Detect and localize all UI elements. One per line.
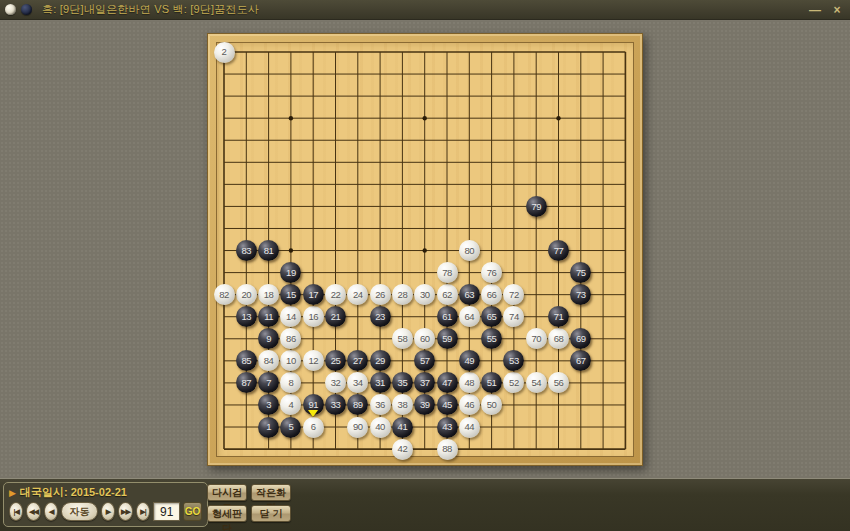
position-judge-button[interactable]: 형세판단 (207, 505, 247, 522)
stone-move-number: 90 (353, 422, 363, 432)
stone-black-13: 13 (236, 306, 257, 327)
stone-move-number: 35 (398, 378, 408, 388)
stone-move-number: 46 (465, 400, 475, 410)
stone-move-number: 34 (353, 378, 363, 388)
go-to-start-button[interactable]: |◀ (9, 502, 23, 521)
minimize-icon[interactable]: — (808, 3, 822, 17)
go-board-grid-area[interactable]: 1234567891011121314151617181920212223242… (216, 42, 634, 457)
stone-move-number: 67 (576, 356, 586, 366)
stone-move-number: 22 (331, 290, 341, 300)
stone-move-number: 84 (264, 356, 274, 366)
stone-white-2: 2 (214, 42, 235, 63)
date-arrow-icon: ▶ (9, 488, 16, 498)
stone-white-62: 62 (437, 284, 458, 305)
stone-black-29: 29 (370, 350, 391, 371)
stone-white-40: 40 (370, 417, 391, 438)
stone-black-23: 23 (370, 306, 391, 327)
stone-black-91: 91 (303, 394, 324, 415)
stone-move-number: 2 (222, 47, 227, 57)
close-icon[interactable]: × (830, 3, 844, 17)
stone-move-number: 48 (465, 378, 475, 388)
stone-move-number: 85 (242, 356, 252, 366)
stone-move-number: 30 (420, 290, 430, 300)
stone-move-number: 1 (266, 422, 271, 432)
stone-white-70: 70 (526, 328, 547, 349)
stone-move-number: 42 (398, 444, 408, 454)
stone-move-number: 7 (266, 378, 271, 388)
go-button[interactable]: GO (183, 502, 202, 521)
stone-move-number: 69 (576, 334, 586, 344)
stone-move-number: 19 (286, 268, 296, 278)
stone-move-number: 77 (554, 246, 564, 256)
stone-black-45: 45 (437, 394, 458, 415)
stone-move-number: 20 (242, 290, 252, 300)
navigation-panel: ▶ 대국일시: 2015-02-21 |◀ ◀◀ ◀ 자동 ▶ ▶▶ ▶| GO (3, 482, 208, 527)
stone-move-number: 76 (487, 268, 497, 278)
stone-move-number: 18 (264, 290, 274, 300)
stone-move-number: 83 (242, 246, 252, 256)
stone-move-number: 9 (266, 334, 271, 344)
main-area: 1234567891011121314151617181920212223242… (0, 21, 850, 478)
stone-move-number: 50 (487, 400, 497, 410)
stone-move-number: 91 (308, 400, 318, 410)
stone-move-number: 62 (442, 290, 452, 300)
stone-move-number: 45 (442, 400, 452, 410)
stone-move-number: 29 (375, 356, 385, 366)
small-screen-button[interactable]: 작은화면 (251, 484, 291, 501)
stone-black-5: 5 (280, 417, 301, 438)
stone-move-number: 60 (420, 334, 430, 344)
stone-move-number: 71 (554, 312, 564, 322)
stone-black-79: 79 (526, 196, 547, 217)
stone-move-number: 80 (465, 246, 475, 256)
stone-move-number: 73 (576, 290, 586, 300)
stone-black-49: 49 (459, 350, 480, 371)
stone-move-number: 70 (531, 334, 541, 344)
stone-white-58: 58 (392, 328, 413, 349)
stone-black-43: 43 (437, 417, 458, 438)
go-to-end-button[interactable]: ▶| (136, 502, 150, 521)
stone-black-47: 47 (437, 372, 458, 393)
stone-white-36: 36 (370, 394, 391, 415)
stone-white-54: 54 (526, 372, 547, 393)
stone-move-number: 16 (308, 312, 318, 322)
stone-move-number: 36 (375, 400, 385, 410)
stone-white-44: 44 (459, 417, 480, 438)
stone-move-number: 17 (308, 290, 318, 300)
stone-move-number: 87 (242, 378, 252, 388)
stone-move-number: 55 (487, 334, 497, 344)
stone-move-number: 6 (311, 422, 316, 432)
stone-move-number: 47 (442, 378, 452, 388)
stone-move-number: 31 (375, 378, 385, 388)
stone-move-number: 78 (442, 268, 452, 278)
stone-move-number: 56 (554, 378, 564, 388)
stone-move-number: 12 (308, 356, 318, 366)
stone-move-number: 74 (509, 312, 519, 322)
auto-play-button[interactable]: 자동 (61, 502, 97, 521)
stone-move-number: 86 (286, 334, 296, 344)
stone-white-42: 42 (392, 439, 413, 460)
stone-move-number: 64 (465, 312, 475, 322)
stone-move-number: 23 (375, 312, 385, 322)
stone-black-17: 17 (303, 284, 324, 305)
stone-move-number: 14 (286, 312, 296, 322)
stone-move-number: 68 (554, 334, 564, 344)
stone-white-12: 12 (303, 350, 324, 371)
fast-backward-button[interactable]: ◀◀ (26, 502, 40, 521)
white-player-icon (5, 4, 16, 15)
stone-white-28: 28 (392, 284, 413, 305)
control-bar: ▶ 대국일시: 2015-02-21 |◀ ◀◀ ◀ 자동 ▶ ▶▶ ▶| GO… (0, 478, 850, 531)
stone-move-number: 10 (286, 356, 296, 366)
stone-move-number: 27 (353, 356, 363, 366)
stone-white-78: 78 (437, 262, 458, 283)
stone-move-number: 26 (375, 290, 385, 300)
stone-move-number: 40 (375, 422, 385, 432)
stone-black-41: 41 (392, 417, 413, 438)
stone-black-31: 31 (370, 372, 391, 393)
stone-move-number: 54 (531, 378, 541, 388)
stone-move-number: 58 (398, 334, 408, 344)
stone-move-number: 37 (420, 378, 430, 388)
stone-move-number: 38 (398, 400, 408, 410)
stone-black-63: 63 (459, 284, 480, 305)
stone-black-77: 77 (548, 240, 569, 261)
stone-move-number: 41 (398, 422, 408, 432)
stone-move-number: 59 (442, 334, 452, 344)
stone-move-number: 57 (420, 356, 430, 366)
step-forward-button[interactable]: ▶ (101, 502, 115, 521)
stone-black-59: 59 (437, 328, 458, 349)
stone-black-1: 1 (258, 417, 279, 438)
stone-move-number: 21 (331, 312, 341, 322)
stone-move-number: 5 (288, 422, 293, 432)
stone-move-number: 53 (509, 356, 519, 366)
review-again-button[interactable]: 다시검토 (207, 484, 247, 501)
stone-move-number: 72 (509, 290, 519, 300)
last-move-marker-icon (308, 410, 318, 417)
stone-move-number: 75 (576, 268, 586, 278)
stone-move-number: 88 (442, 444, 452, 454)
stone-white-88: 88 (437, 439, 458, 460)
stone-move-number: 63 (465, 290, 475, 300)
move-number-input[interactable] (153, 502, 180, 521)
stone-move-number: 49 (465, 356, 475, 366)
stone-move-number: 66 (487, 290, 497, 300)
stone-move-number: 28 (398, 290, 408, 300)
action-buttons: 다시검토 작은화면 형세판단 닫 기 (207, 484, 291, 522)
stone-move-number: 24 (353, 290, 363, 300)
stone-move-number: 4 (288, 400, 293, 410)
stone-move-number: 3 (266, 400, 271, 410)
fast-forward-button[interactable]: ▶▶ (118, 502, 132, 521)
stone-move-number: 39 (420, 400, 430, 410)
stone-white-82: 82 (214, 284, 235, 305)
stone-move-number: 32 (331, 378, 341, 388)
stone-black-81: 81 (258, 240, 279, 261)
stone-white-64: 64 (459, 306, 480, 327)
stone-move-number: 61 (442, 312, 452, 322)
stone-white-22: 22 (325, 284, 346, 305)
stone-move-number: 11 (264, 312, 273, 322)
stone-move-number: 8 (288, 378, 293, 388)
stone-move-number: 82 (219, 290, 229, 300)
stone-move-number: 51 (487, 378, 497, 388)
go-board: 1234567891011121314151617181920212223242… (207, 33, 643, 466)
stone-move-number: 79 (531, 202, 541, 212)
stone-black-85: 85 (236, 350, 257, 371)
stone-black-61: 61 (437, 306, 458, 327)
black-player-icon (21, 4, 32, 15)
stone-white-80: 80 (459, 240, 480, 261)
window-title: 흑: [9단]내일은한바연 VS 백: [9단]꿈전도사 (42, 2, 259, 17)
close-button[interactable]: 닫 기 (251, 505, 291, 522)
stone-move-number: 89 (353, 400, 363, 410)
stone-white-20: 20 (236, 284, 257, 305)
stone-white-16: 16 (303, 306, 324, 327)
stone-move-number: 33 (331, 400, 341, 410)
stone-black-83: 83 (236, 240, 257, 261)
stone-move-number: 43 (442, 422, 452, 432)
stone-move-number: 44 (465, 422, 475, 432)
stone-white-90: 90 (347, 417, 368, 438)
stone-move-number: 52 (509, 378, 519, 388)
stone-white-26: 26 (370, 284, 391, 305)
stone-move-number: 13 (242, 312, 252, 322)
app-window: 흑: [9단]내일은한바연 VS 백: [9단]꿈전도사 — × 1234567… (0, 0, 850, 531)
stone-move-number: 81 (264, 246, 274, 256)
step-backward-button[interactable]: ◀ (44, 502, 58, 521)
stone-move-number: 25 (331, 356, 341, 366)
stone-white-6: 6 (303, 417, 324, 438)
stone-move-number: 65 (487, 312, 497, 322)
game-date-label: 대국일시: 2015-02-21 (20, 485, 127, 500)
stone-move-number: 15 (286, 290, 296, 300)
title-bar[interactable]: 흑: [9단]내일은한바연 VS 백: [9단]꿈전도사 — × (0, 0, 850, 20)
